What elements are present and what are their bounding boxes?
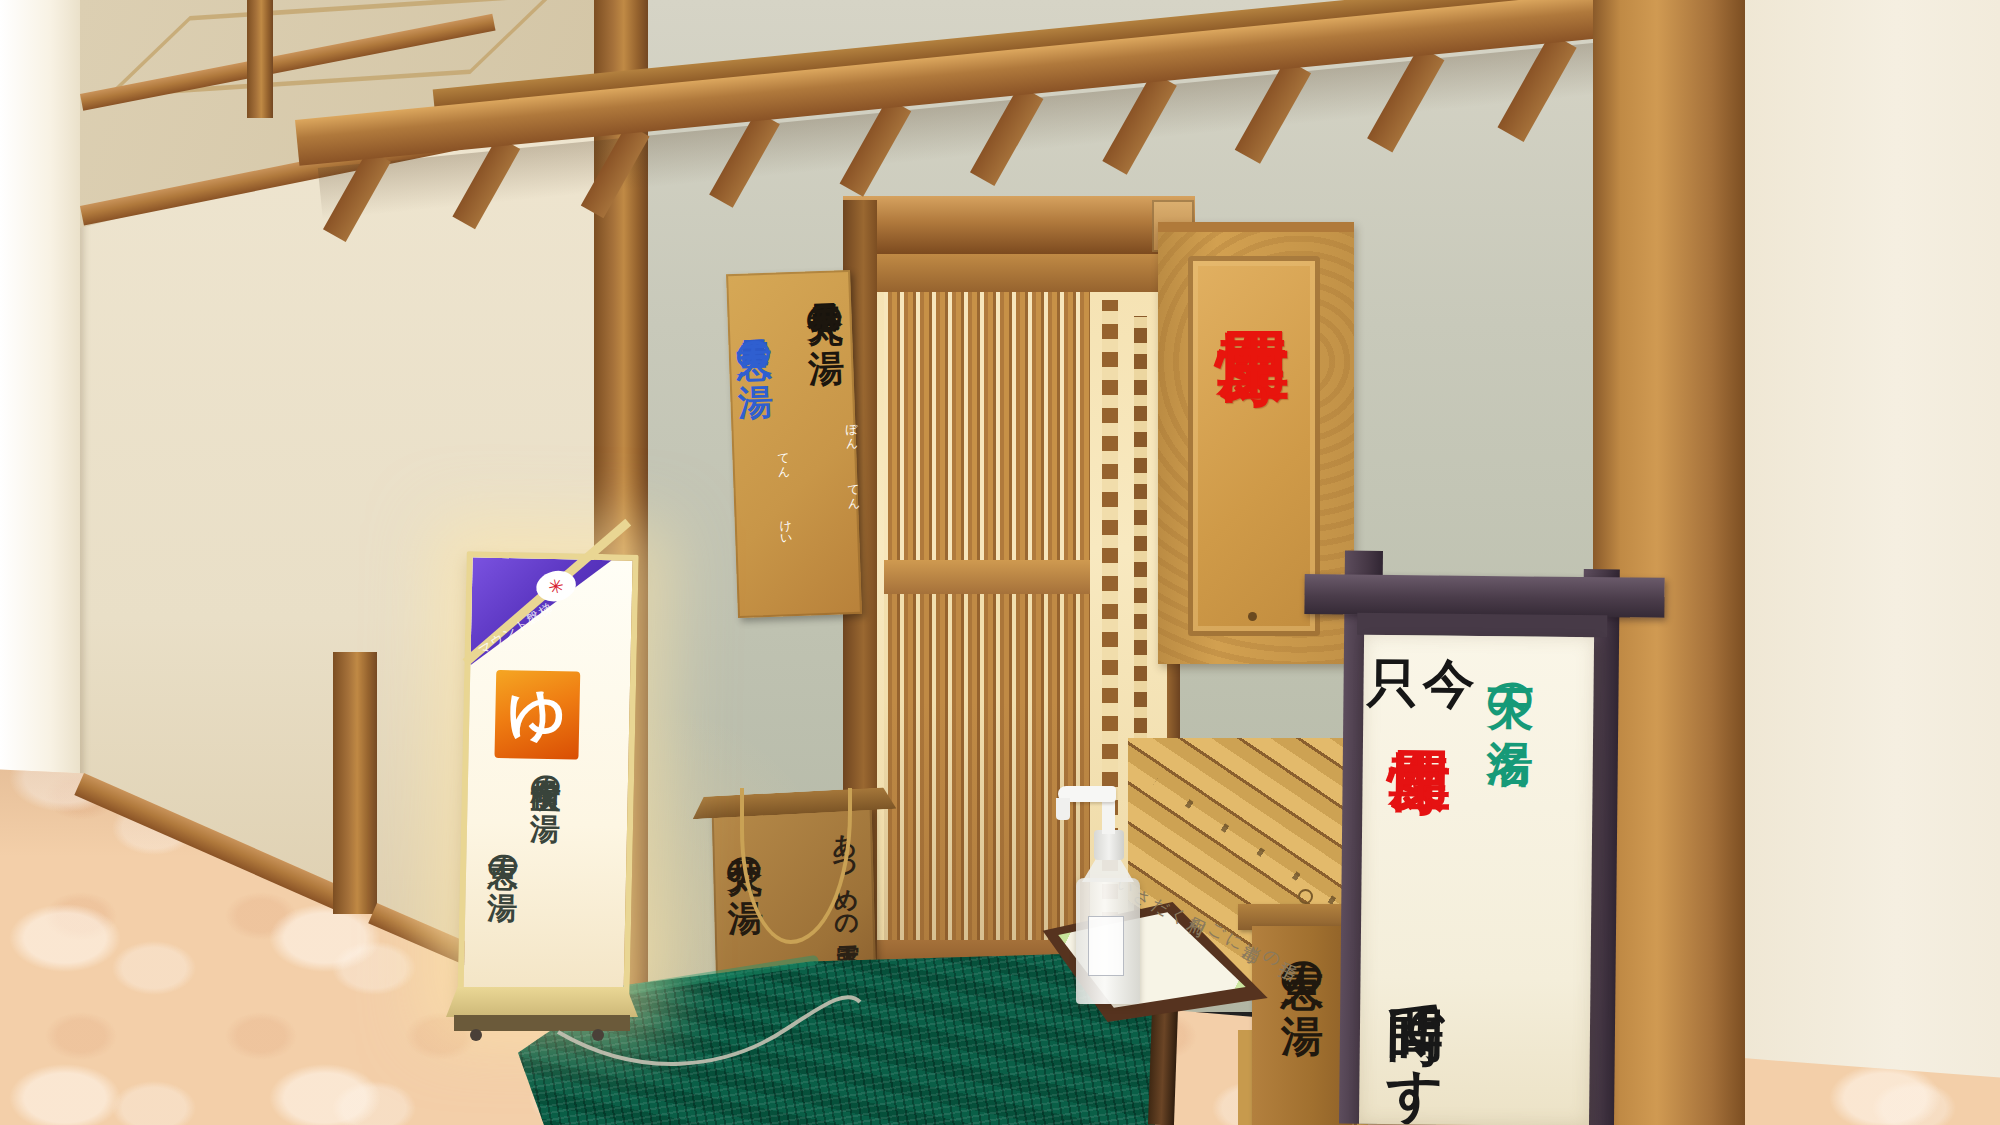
sign-time-text: 時間です xyxy=(1385,965,1446,1094)
power-cable xyxy=(0,0,2000,1125)
pump-nozzle xyxy=(1056,798,1070,820)
stand-pole xyxy=(1148,1008,1178,1125)
sign-tagline-text: 天下の名湯 xyxy=(1485,652,1538,705)
standing-sign: 只今 女性専用 時間です 天下の名湯 xyxy=(1292,546,1678,1125)
sign-now-text: 只今 xyxy=(1363,649,1482,720)
sign-panel: 只今 女性専用 時間です 天下の名湯 xyxy=(1359,635,1594,1125)
pump-stem xyxy=(1102,798,1115,834)
sign-top-bar xyxy=(1304,574,1664,618)
onsen-entrance-photo: 女性専用 露天風呂梵天の湯 露天風呂天恵の湯 ぼん てん てん けい xyxy=(0,0,2000,1125)
pump-cap xyxy=(1094,830,1124,860)
bottle-label xyxy=(1088,916,1124,976)
sanitizer-bottle[interactable] xyxy=(1050,780,1150,1010)
sign-sub-bar xyxy=(1357,613,1607,638)
